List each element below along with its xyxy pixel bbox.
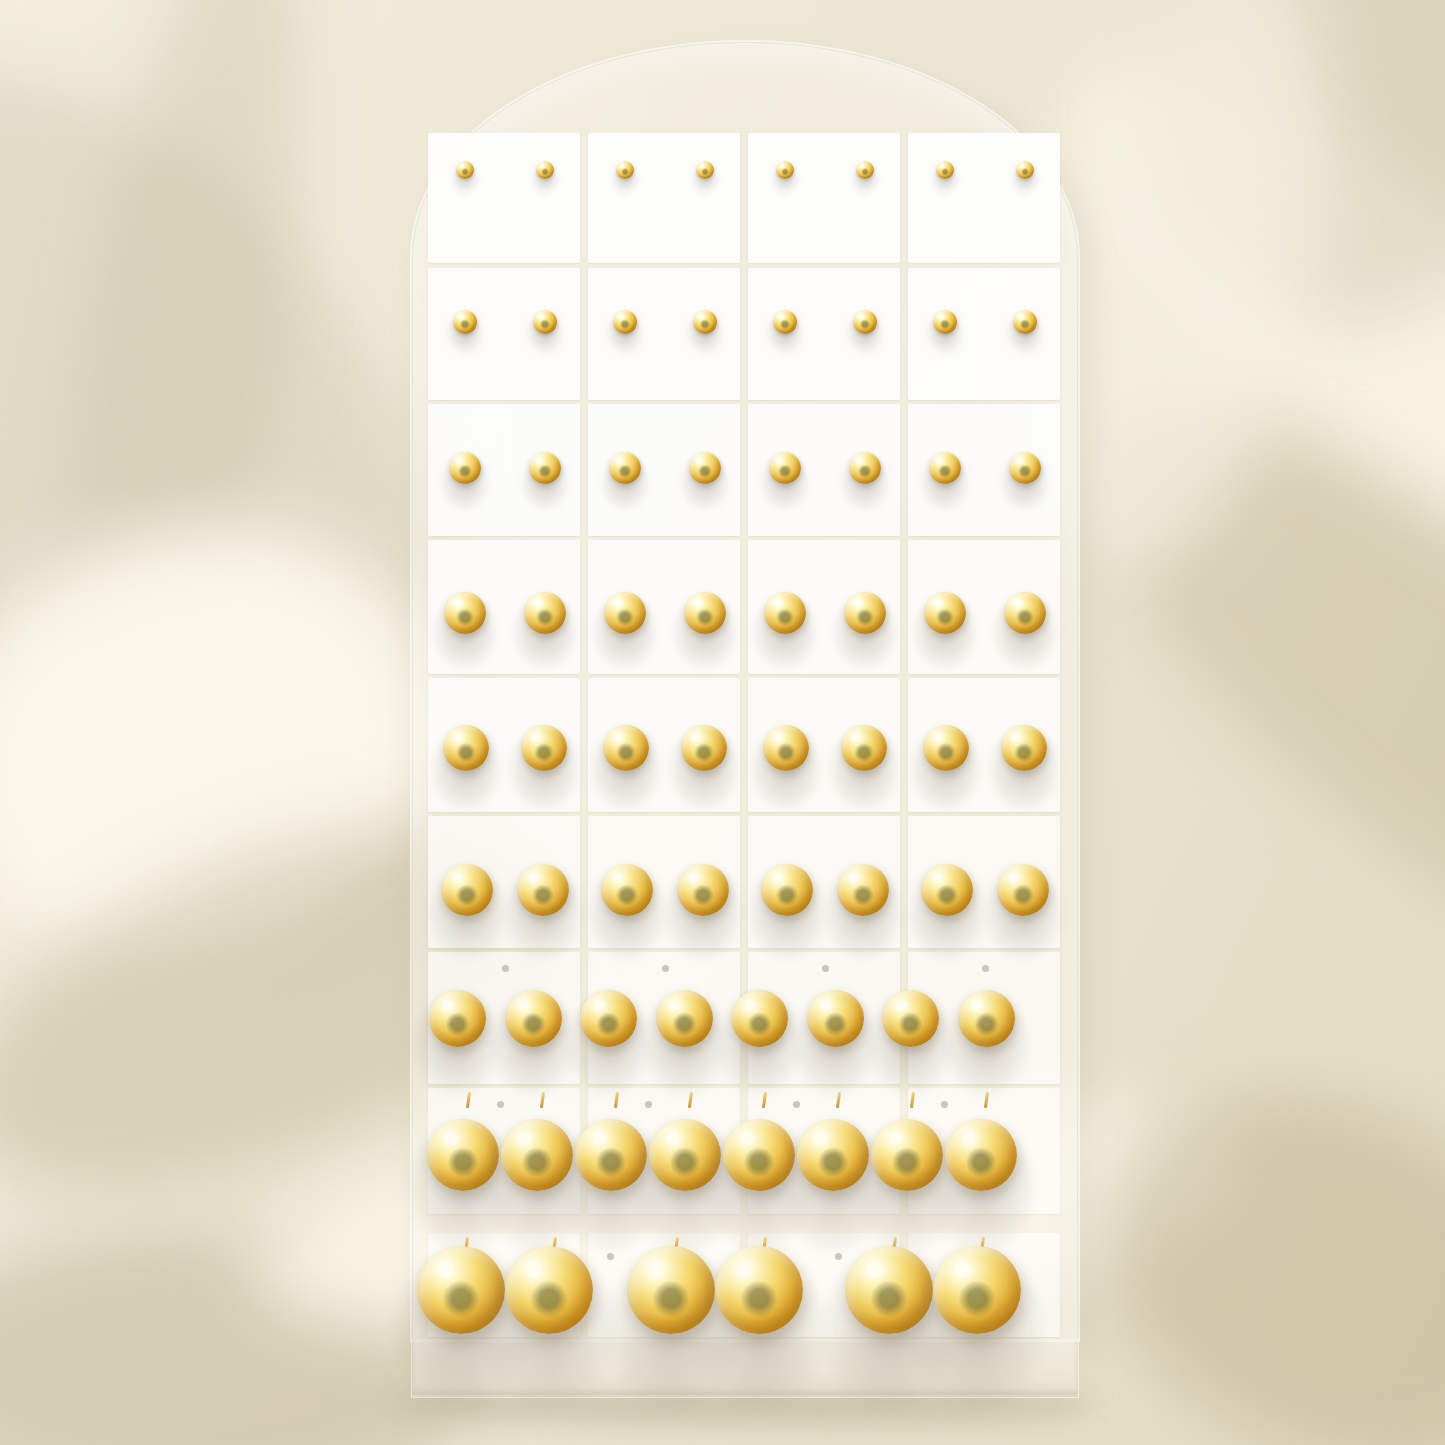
card-pin-hole: [502, 965, 509, 972]
gold-ball-stud: [656, 990, 713, 1047]
card-pin-hole: [497, 1101, 504, 1108]
gold-ball-stud: [505, 990, 562, 1047]
gold-ball-stud: [936, 161, 954, 179]
gold-ball-stud: [603, 725, 649, 771]
gold-ball-stud: [807, 990, 864, 1047]
gold-ball-stud: [715, 1246, 803, 1334]
card-pin-hole: [793, 1101, 800, 1108]
gold-ball-stud: [601, 864, 653, 916]
card-pin-hole: [645, 1101, 652, 1108]
gold-ball-stud: [1009, 452, 1041, 484]
gold-ball-stud: [684, 592, 726, 634]
gold-ball-stud: [731, 990, 788, 1047]
card-pin-hole: [822, 965, 829, 972]
gold-ball-stud: [696, 161, 714, 179]
gold-ball-stud: [882, 990, 939, 1047]
card-pin-hole: [662, 965, 669, 972]
gold-ball-stud: [924, 592, 966, 634]
gold-ball-stud: [921, 864, 973, 916]
earring-card: [588, 133, 740, 263]
gold-ball-stud: [505, 1246, 593, 1334]
gold-ball-stud: [761, 864, 813, 916]
gold-ball-stud: [945, 1119, 1017, 1191]
gold-ball-stud: [456, 161, 474, 179]
gold-ball-stud: [693, 310, 717, 334]
earring-card: [908, 133, 1060, 263]
gold-ball-stud: [521, 725, 567, 771]
gold-ball-stud: [1016, 161, 1034, 179]
gold-ball-stud: [997, 864, 1049, 916]
satin-fold-shadow: [1041, 1024, 1445, 1445]
gold-ball-stud: [923, 725, 969, 771]
gold-ball-stud: [958, 990, 1015, 1047]
gold-ball-stud: [837, 864, 889, 916]
gold-ball-stud: [609, 452, 641, 484]
gold-ball-stud: [536, 161, 554, 179]
gold-ball-stud: [533, 310, 557, 334]
gold-ball-stud: [764, 592, 806, 634]
gold-ball-stud: [763, 725, 809, 771]
gold-ball-stud: [616, 161, 634, 179]
gold-ball-stud: [773, 310, 797, 334]
earring-card: [748, 133, 900, 263]
gold-ball-stud: [856, 161, 874, 179]
gold-ball-stud: [929, 452, 961, 484]
gold-ball-stud: [517, 864, 569, 916]
gold-ball-stud: [769, 452, 801, 484]
gold-ball-stud: [524, 592, 566, 634]
gold-ball-stud: [853, 310, 877, 334]
gold-ball-stud: [604, 592, 646, 634]
gold-ball-stud: [933, 310, 957, 334]
gold-ball-stud: [841, 725, 887, 771]
gold-ball-stud: [441, 864, 493, 916]
product-photo-scene: [0, 0, 1445, 1445]
gold-ball-stud: [443, 725, 489, 771]
card-pin-hole: [982, 965, 989, 972]
gold-ball-stud: [776, 161, 794, 179]
earring-card: [428, 133, 580, 263]
gold-ball-stud: [844, 592, 886, 634]
gold-ball-stud: [429, 990, 486, 1047]
gold-ball-stud: [580, 990, 637, 1047]
gold-ball-stud: [1001, 725, 1047, 771]
gold-ball-stud: [449, 452, 481, 484]
gold-ball-stud: [933, 1246, 1021, 1334]
gold-ball-stud: [681, 725, 727, 771]
gold-ball-stud: [677, 864, 729, 916]
gold-ball-stud: [689, 452, 721, 484]
gold-ball-stud: [453, 310, 477, 334]
card-pin-hole: [941, 1101, 948, 1108]
gold-ball-stud: [849, 452, 881, 484]
gold-ball-stud: [529, 452, 561, 484]
gold-ball-stud: [1013, 310, 1037, 334]
gold-ball-stud: [613, 310, 637, 334]
gold-ball-stud: [444, 592, 486, 634]
gold-ball-stud: [1004, 592, 1046, 634]
